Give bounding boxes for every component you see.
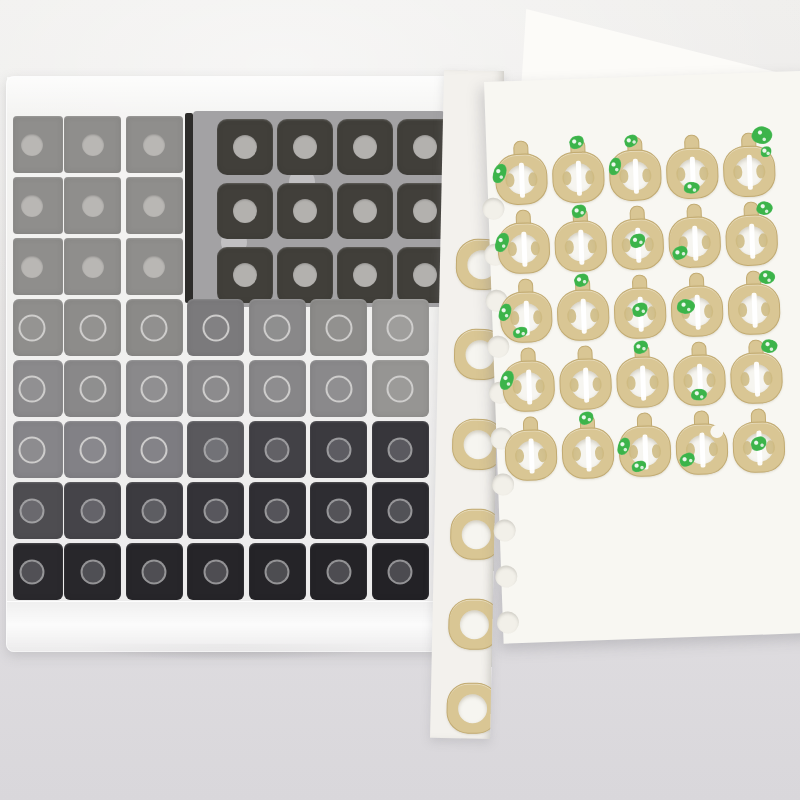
lens-hole: [413, 199, 437, 223]
lens-hole: [82, 256, 104, 278]
adhesive-sticker: [497, 278, 556, 346]
sticker-ring: [504, 429, 558, 482]
adhesive-sticker: [606, 136, 665, 204]
ring-inner-bump: [531, 241, 540, 255]
lens-hole: [82, 134, 104, 156]
lens-piece: [64, 238, 121, 295]
lens-piece: [13, 299, 63, 356]
adhesive-sticker: [720, 132, 779, 200]
lens-hole: [293, 135, 317, 159]
product-photo: [0, 0, 800, 800]
lens-piece: [372, 360, 429, 417]
lens-hole: [21, 134, 43, 156]
adhesive-sticker: [722, 201, 781, 269]
lens-piece: [337, 247, 393, 303]
lens-hole: [202, 314, 229, 341]
lens-piece: [126, 238, 183, 295]
adhesive-sticker: [665, 203, 724, 271]
lens-piece: [13, 421, 63, 478]
lens-piece: [397, 247, 445, 303]
lens-hole: [233, 135, 257, 159]
lens-hole: [20, 498, 45, 523]
lens-glass-bag: [6, 76, 460, 652]
lens-hole: [79, 314, 106, 341]
die-cut-scallop: [493, 519, 516, 542]
ring-inner-bump: [590, 308, 599, 322]
lens-hole: [265, 559, 290, 584]
ring-inner-bump: [595, 446, 604, 460]
lens-piece: [126, 421, 183, 478]
die-cut-scallop: [497, 611, 520, 634]
lens-hole: [19, 436, 46, 463]
lens-piece: [64, 116, 121, 173]
lens-piece: [13, 360, 63, 417]
lens-hole: [21, 256, 43, 278]
lens-piece: [126, 177, 183, 234]
lens-piece: [126, 116, 183, 173]
lens-piece: [249, 543, 306, 600]
sticker-ring: [616, 356, 670, 409]
adhesive-sticker: [551, 207, 610, 275]
lens-piece: [372, 482, 429, 539]
lens-piece: [64, 360, 121, 417]
ring-inner-bump: [535, 379, 544, 393]
lens-piece: [249, 421, 306, 478]
ring-inner-bump: [642, 168, 651, 182]
lens-hole: [387, 314, 414, 341]
lens-piece: [310, 543, 367, 600]
adhesive-sticker: [616, 412, 675, 480]
ring-inner-bump: [766, 440, 775, 454]
lens-piece: [310, 421, 367, 478]
lens-hole: [326, 437, 351, 462]
lens-hole: [413, 263, 437, 287]
adhesive-sticker: [673, 410, 732, 478]
lens-hole: [79, 436, 106, 463]
lens-hole: [141, 436, 168, 463]
lens-hole: [265, 498, 290, 523]
ring-inner-bump: [649, 375, 658, 389]
ring-inner-bump: [704, 304, 713, 318]
sticker-hole: [460, 609, 490, 639]
ring-inner-bump: [647, 306, 656, 320]
lens-piece: [372, 543, 429, 600]
sticker-hole: [463, 429, 493, 459]
lens-piece: [64, 421, 121, 478]
sticker-ring: [668, 216, 722, 269]
bag-wrinkle: [7, 77, 459, 115]
lens-hole: [388, 498, 413, 523]
lens-hole: [141, 375, 168, 402]
lens-piece: [64, 299, 121, 356]
adhesive-sticker: [730, 408, 789, 476]
lens-piece: [126, 482, 183, 539]
adhesive-sticker: [727, 339, 786, 407]
lens-hole: [388, 559, 413, 584]
lens-hole: [353, 199, 377, 223]
lens-piece: [277, 247, 333, 303]
lens-hole: [203, 559, 228, 584]
adhesive-sticker: [725, 270, 784, 338]
ring-inner-bump: [645, 237, 654, 251]
sticker-hole: [458, 693, 488, 723]
lens-hole: [413, 135, 437, 159]
lens-piece: [249, 482, 306, 539]
lens-piece: [310, 482, 367, 539]
lens-piece: [187, 360, 244, 417]
ring-inner-bump: [709, 442, 718, 456]
adhesive-sticker: [613, 343, 672, 411]
lens-piece: [187, 482, 244, 539]
sticker-hole: [461, 519, 491, 549]
lens-hole: [143, 256, 165, 278]
ring-inner-bump: [758, 233, 767, 247]
lens-piece: [64, 482, 121, 539]
lens-piece: [310, 299, 367, 356]
adhesive-sticker: [549, 138, 608, 206]
adhesive-sticker: [494, 209, 553, 277]
adhesive-sticker: [670, 341, 729, 409]
lens-piece: [126, 299, 183, 356]
lens-piece: [372, 421, 429, 478]
adhesive-sticker: [492, 140, 551, 208]
lens-hole: [19, 314, 46, 341]
lens-piece: [277, 119, 333, 175]
lens-piece: [126, 360, 183, 417]
ring-inner-bump: [699, 166, 708, 180]
adhesive-sticker: [556, 345, 615, 413]
die-cut-scallop: [495, 565, 518, 588]
lens-hole: [233, 263, 257, 287]
lens-hole: [326, 498, 351, 523]
ring-inner-bump: [756, 164, 765, 178]
lens-hole: [203, 498, 228, 523]
sticker-ring: [559, 358, 613, 411]
lens-hole: [387, 375, 414, 402]
lens-piece: [217, 247, 273, 303]
ring-inner-bump: [528, 172, 537, 186]
lens-piece: [187, 299, 244, 356]
partial-sticker: [448, 598, 501, 650]
ring-inner-bump: [761, 302, 770, 316]
adhesive-sticker: [559, 414, 618, 482]
adhesive-sticker: [502, 416, 561, 484]
lens-hole: [79, 375, 106, 402]
ring-inner-bump: [588, 239, 597, 253]
lens-piece: [277, 183, 333, 239]
lens-hole: [20, 559, 45, 584]
adhesive-sticker: [668, 272, 727, 340]
lens-hole: [82, 195, 104, 217]
lens-hole: [21, 195, 43, 217]
adhesive-sticker: [554, 276, 613, 344]
lens-hole: [80, 559, 105, 584]
lens-piece: [13, 543, 63, 600]
lens-piece: [337, 183, 393, 239]
sticker-ring: [727, 283, 781, 336]
lens-piece: [13, 177, 63, 234]
stack-edge-shadow: [185, 113, 193, 303]
lens-piece: [249, 360, 306, 417]
lens-piece: [337, 119, 393, 175]
ring-inner-bump: [585, 170, 594, 184]
lens-piece: [217, 119, 273, 175]
lens-hole: [142, 498, 167, 523]
ring-inner-bump: [592, 377, 601, 391]
lens-piece: [249, 299, 306, 356]
dark-lens-block: [193, 111, 445, 307]
lens-piece: [397, 183, 445, 239]
lens-hole: [143, 195, 165, 217]
lens-hole: [141, 314, 168, 341]
lens-piece: [13, 238, 63, 295]
lens-hole: [326, 559, 351, 584]
lens-hole: [233, 199, 257, 223]
lens-hole: [202, 375, 229, 402]
partial-sticker: [446, 682, 499, 734]
lens-hole: [293, 199, 317, 223]
ring-inner-bump: [533, 310, 542, 324]
lens-piece: [126, 543, 183, 600]
sticker-ring: [552, 151, 606, 204]
ring-inner-bump: [652, 444, 661, 458]
lens-hole: [353, 263, 377, 287]
lens-hole: [264, 375, 291, 402]
lens-piece: [64, 177, 121, 234]
ring-inner-bump: [706, 373, 715, 387]
lens-piece: [397, 119, 445, 175]
lens-hole: [19, 375, 46, 402]
sticker-ring: [730, 352, 784, 405]
ring-inner-bump: [701, 235, 710, 249]
sticker-ring: [556, 289, 610, 342]
lens-hole: [325, 314, 352, 341]
lens-piece: [310, 360, 367, 417]
lens-piece: [13, 482, 63, 539]
lens-piece: [372, 299, 429, 356]
lens-piece: [64, 543, 121, 600]
lens-hole: [80, 498, 105, 523]
sticker-ring: [725, 214, 779, 267]
lens-piece: [13, 116, 63, 173]
ring-inner-bump: [763, 371, 772, 385]
lens-piece: [187, 543, 244, 600]
adhesive-sticker: [499, 347, 558, 415]
sticker-ring: [554, 220, 608, 273]
lens-piece: [217, 183, 273, 239]
lens-hole: [388, 437, 413, 462]
lens-hole: [143, 134, 165, 156]
sticker-ring: [561, 427, 615, 480]
adhesive-sticker: [608, 205, 667, 273]
lens-hole: [325, 375, 352, 402]
adhesive-sticker: [663, 134, 722, 202]
lens-hole: [142, 559, 167, 584]
lens-hole: [265, 437, 290, 462]
lens-hole: [264, 314, 291, 341]
lens-hole: [203, 437, 228, 462]
sticker-sheet: [484, 69, 800, 643]
ring-inner-bump: [538, 448, 547, 462]
lens-hole: [353, 135, 377, 159]
adhesive-sticker: [611, 274, 670, 342]
lens-piece: [187, 421, 244, 478]
bag-bottom-fold: [7, 601, 459, 652]
lens-hole: [293, 263, 317, 287]
